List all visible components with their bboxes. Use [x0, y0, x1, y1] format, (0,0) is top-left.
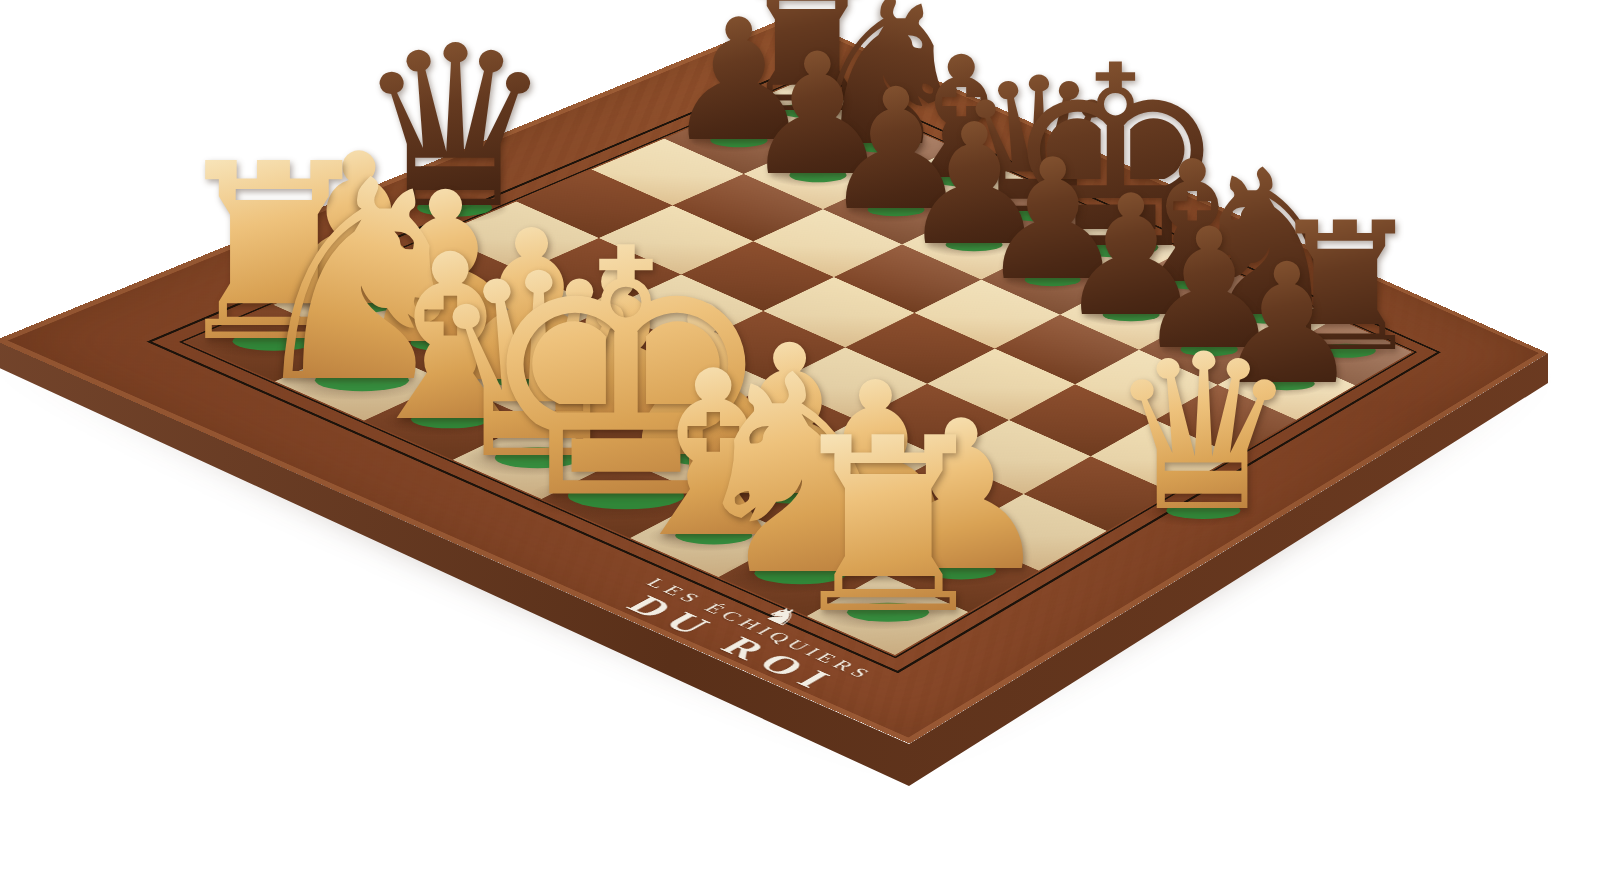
pieces-layer: ♜♞♝♛♚♝♞♜♟♟♟♟♟♟♟♟♟♟♟♟♟♟♟♟♜♞♝♛♚♝♞♜♛♛ — [0, 0, 1600, 869]
rook-glyph: ♜ — [780, 407, 996, 648]
photo-stage: ♞ LES ÉCHIQUIERS DU ROI ♜♞♝♛♚♝♞♜♟♟♟♟♟♟♟♟… — [0, 0, 1600, 869]
queen-glyph: ♛ — [1107, 327, 1300, 543]
